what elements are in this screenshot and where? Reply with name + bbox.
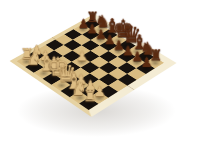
black-king-e8: ♚: [112, 17, 125, 41]
chess-set-photo: ♜♟♟♜♞♟♟♞♝♟♟♝♚♟♟♚♛♟♟♛♝♟♟♝♞♟♟♞♜♟♟♜: [0, 0, 200, 150]
black-rook-h8: ♜: [86, 11, 98, 25]
black-bishop-c8: ♝: [131, 32, 144, 52]
black-queen-d8: ♛: [121, 24, 134, 47]
